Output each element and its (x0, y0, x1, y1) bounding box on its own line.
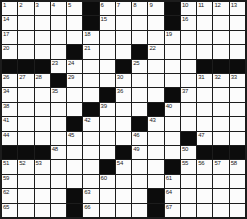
white-cell-r1c15[interactable]: 13 (230, 2, 245, 15)
clue-number-54: 54 (117, 160, 123, 166)
black-cell-r11c1 (2, 146, 17, 159)
clue-number-25: 25 (133, 60, 139, 66)
white-cell-r10c14[interactable] (213, 132, 228, 145)
clue-number-41: 41 (3, 117, 9, 123)
clue-number-24: 24 (68, 60, 74, 66)
clue-number-67: 67 (166, 204, 172, 210)
white-cell-r14c2[interactable] (18, 189, 33, 202)
clue-number-47: 47 (198, 132, 204, 138)
white-cell-r9c11[interactable] (165, 117, 180, 130)
white-cell-r9c13[interactable] (197, 117, 212, 130)
white-cell-r13c13[interactable] (197, 175, 212, 188)
white-cell-r3c6[interactable]: 18 (83, 31, 98, 44)
clue-number-30: 30 (117, 74, 123, 80)
white-cell-r8c13[interactable] (197, 103, 212, 116)
white-cell-r5c4[interactable]: 23 (51, 60, 66, 73)
clue-number-10: 10 (182, 2, 188, 8)
clue-number-5: 5 (68, 2, 71, 8)
white-cell-r2c13[interactable] (197, 16, 212, 29)
white-cell-r12c8[interactable]: 54 (116, 160, 131, 173)
clue-number-27: 27 (19, 74, 25, 80)
white-cell-r1c13[interactable]: 11 (197, 2, 212, 15)
clue-number-51: 51 (3, 160, 9, 166)
white-cell-r3c13[interactable] (197, 31, 212, 44)
white-cell-r11c5[interactable] (67, 146, 82, 159)
white-cell-r13c15[interactable] (230, 175, 245, 188)
clue-number-17: 17 (3, 31, 9, 37)
white-cell-r9c7[interactable] (100, 117, 115, 130)
clue-number-34: 34 (3, 88, 9, 94)
white-cell-r12c5[interactable] (67, 160, 82, 173)
white-cell-r7c8[interactable]: 36 (116, 88, 131, 101)
white-cell-r7c10[interactable] (148, 88, 163, 101)
clue-number-58: 58 (231, 160, 237, 166)
white-cell-r15c7[interactable] (100, 204, 115, 217)
clue-number-66: 66 (84, 204, 90, 210)
clue-number-59: 59 (3, 175, 9, 181)
white-cell-r3c2[interactable] (18, 31, 33, 44)
white-cell-r13c8[interactable] (116, 175, 131, 188)
clue-number-56: 56 (198, 160, 204, 166)
black-cell-r7c11 (165, 88, 180, 101)
white-cell-r12c2[interactable]: 52 (18, 160, 33, 173)
white-cell-r15c1[interactable]: 65 (2, 204, 17, 217)
clue-number-55: 55 (182, 160, 188, 166)
clue-number-45: 45 (68, 132, 74, 138)
white-cell-r2c9[interactable] (132, 16, 147, 29)
white-cell-r14c13[interactable] (197, 189, 212, 202)
white-cell-r7c13[interactable] (197, 88, 212, 101)
white-cell-r11c10[interactable] (148, 146, 163, 159)
white-cell-r1c8[interactable]: 7 (116, 2, 131, 15)
white-cell-r15c2[interactable] (18, 204, 33, 217)
clue-number-19: 19 (166, 31, 172, 37)
white-cell-r7c2[interactable] (18, 88, 33, 101)
white-cell-r7c9[interactable] (132, 88, 147, 101)
clue-number-62: 62 (3, 189, 9, 195)
black-cell-r1c6 (83, 2, 98, 15)
white-cell-r6c8[interactable]: 30 (116, 74, 131, 87)
clue-number-50: 50 (182, 146, 188, 152)
white-cell-r12c4[interactable] (51, 160, 66, 173)
white-cell-r10c4[interactable] (51, 132, 66, 145)
white-cell-r8c11[interactable]: 40 (165, 103, 180, 116)
white-cell-r9c14[interactable] (213, 117, 228, 130)
clue-number-13: 13 (231, 2, 237, 8)
black-cell-r1c11 (165, 2, 180, 15)
white-cell-r14c11[interactable]: 64 (165, 189, 180, 202)
white-cell-r8c3[interactable] (35, 103, 50, 116)
black-cell-r5c1 (2, 60, 17, 73)
white-cell-r12c15[interactable]: 58 (230, 160, 245, 173)
black-cell-r14c10 (148, 189, 163, 202)
white-cell-r7c15[interactable] (230, 88, 245, 101)
white-cell-r14c7[interactable] (100, 189, 115, 202)
white-cell-r12c9[interactable] (132, 160, 147, 173)
clue-number-43: 43 (149, 117, 155, 123)
white-cell-r5c5[interactable]: 24 (67, 60, 82, 73)
white-cell-r7c1[interactable]: 34 (2, 88, 17, 101)
clue-number-29: 29 (68, 74, 74, 80)
white-cell-r9c6[interactable]: 42 (83, 117, 98, 130)
clue-number-8: 8 (133, 2, 136, 8)
white-cell-r4c4[interactable] (51, 45, 66, 58)
white-cell-r4c10[interactable]: 22 (148, 45, 163, 58)
white-cell-r9c12[interactable] (181, 117, 196, 130)
white-cell-r1c1[interactable]: 1 (2, 2, 17, 15)
white-cell-r12c6[interactable] (83, 160, 98, 173)
white-cell-r5c7[interactable] (100, 60, 115, 73)
black-cell-r8c6 (83, 103, 98, 116)
white-cell-r6c13[interactable]: 31 (197, 74, 212, 87)
clue-number-9: 9 (149, 2, 152, 8)
white-cell-r6c6[interactable] (83, 74, 98, 87)
white-cell-r12c12[interactable]: 55 (181, 160, 196, 173)
white-cell-r2c3[interactable] (35, 16, 50, 29)
black-cell-r10c12 (181, 132, 196, 145)
white-cell-r13c2[interactable] (18, 175, 33, 188)
clue-number-37: 37 (182, 88, 188, 94)
white-cell-r1c2[interactable]: 2 (18, 2, 33, 15)
black-cell-r2c6 (83, 16, 98, 29)
white-cell-r2c8[interactable] (116, 16, 131, 29)
white-cell-r9c8[interactable] (116, 117, 131, 130)
clue-number-38: 38 (3, 103, 9, 109)
clue-number-52: 52 (19, 160, 25, 166)
white-cell-r13c4[interactable] (51, 175, 66, 188)
white-cell-r13c5[interactable] (67, 175, 82, 188)
clue-number-44: 44 (3, 132, 9, 138)
white-cell-r3c9[interactable] (132, 31, 147, 44)
white-cell-r8c5[interactable] (67, 103, 82, 116)
clue-number-16: 16 (182, 16, 188, 22)
white-cell-r6c11[interactable] (165, 74, 180, 87)
black-cell-r11c2 (18, 146, 33, 159)
white-cell-r5c10[interactable] (148, 60, 163, 73)
white-cell-r15c6[interactable]: 66 (83, 204, 98, 217)
white-cell-r15c14[interactable] (213, 204, 228, 217)
white-cell-r12c1[interactable]: 51 (2, 160, 17, 173)
white-cell-r4c7[interactable] (100, 45, 115, 58)
black-cell-r4c9 (132, 45, 147, 58)
white-cell-r2c5[interactable] (67, 16, 82, 29)
white-cell-r13c1[interactable]: 59 (2, 175, 17, 188)
black-cell-r12c11 (165, 160, 180, 173)
black-cell-r5c8 (116, 60, 131, 73)
white-cell-r3c4[interactable] (51, 31, 66, 44)
white-cell-r4c12[interactable] (181, 45, 196, 58)
white-cell-r14c6[interactable]: 63 (83, 189, 98, 202)
black-cell-r9c9 (132, 117, 147, 130)
white-cell-r4c13[interactable] (197, 45, 212, 58)
white-cell-r3c14[interactable] (213, 31, 228, 44)
white-cell-r1c5[interactable]: 5 (67, 2, 82, 15)
white-cell-r14c14[interactable] (213, 189, 228, 202)
white-cell-r8c1[interactable]: 38 (2, 103, 17, 116)
white-cell-r2c15[interactable] (230, 16, 245, 29)
clue-number-12: 12 (214, 2, 220, 8)
black-cell-r8c10 (148, 103, 163, 116)
clue-number-57: 57 (214, 160, 220, 166)
black-cell-r9c5 (67, 117, 82, 130)
clue-number-35: 35 (52, 88, 58, 94)
black-cell-r14c5 (67, 189, 82, 202)
white-cell-r3c8[interactable] (116, 31, 131, 44)
white-cell-r8c9[interactable] (132, 103, 147, 116)
white-cell-r1c14[interactable]: 12 (213, 2, 228, 15)
black-cell-r6c4 (51, 74, 66, 87)
white-cell-r4c11[interactable] (165, 45, 180, 58)
white-cell-r3c7[interactable] (100, 31, 115, 44)
black-cell-r2c11 (165, 16, 180, 29)
clue-number-2: 2 (19, 2, 22, 8)
white-cell-r6c2[interactable]: 27 (18, 74, 33, 87)
clue-number-42: 42 (84, 117, 90, 123)
clue-number-21: 21 (84, 45, 90, 51)
white-cell-r14c9[interactable] (132, 189, 147, 202)
clue-number-6: 6 (101, 2, 104, 8)
white-cell-r4c15[interactable] (230, 45, 245, 58)
white-cell-r11c7[interactable] (100, 146, 115, 159)
white-cell-r10c11[interactable] (165, 132, 180, 145)
white-cell-r8c7[interactable]: 39 (100, 103, 115, 116)
clue-number-7: 7 (117, 2, 120, 8)
black-cell-r11c3 (35, 146, 50, 159)
clue-number-32: 32 (214, 74, 220, 80)
white-cell-r1c9[interactable]: 8 (132, 2, 147, 15)
clue-number-18: 18 (84, 31, 90, 37)
white-cell-r8c2[interactable] (18, 103, 33, 116)
white-cell-r5c11[interactable] (165, 60, 180, 73)
black-cell-r4c5 (67, 45, 82, 58)
white-cell-r4c3[interactable] (35, 45, 50, 58)
white-cell-r2c1[interactable]: 14 (2, 16, 17, 29)
white-cell-r10c6[interactable] (83, 132, 98, 145)
white-cell-r2c10[interactable] (148, 16, 163, 29)
white-cell-r11c12[interactable]: 50 (181, 146, 196, 159)
clue-number-11: 11 (198, 2, 204, 8)
white-cell-r13c6[interactable] (83, 175, 98, 188)
white-cell-r2c2[interactable] (18, 16, 33, 29)
white-cell-r8c8[interactable] (116, 103, 131, 116)
white-cell-r10c3[interactable] (35, 132, 50, 145)
white-cell-r15c11[interactable]: 67 (165, 204, 180, 217)
white-cell-r15c8[interactable] (116, 204, 131, 217)
white-cell-r13c10[interactable] (148, 175, 163, 188)
black-cell-r11c13 (197, 146, 212, 159)
black-cell-r7c7 (100, 88, 115, 101)
black-cell-r12c7 (100, 160, 115, 173)
white-cell-r10c5[interactable]: 45 (67, 132, 82, 145)
clue-number-60: 60 (101, 175, 107, 181)
white-cell-r13c9[interactable] (132, 175, 147, 188)
white-cell-r3c3[interactable] (35, 31, 50, 44)
white-cell-r7c4[interactable]: 35 (51, 88, 66, 101)
clue-number-46: 46 (133, 132, 139, 138)
white-cell-r13c14[interactable] (213, 175, 228, 188)
white-cell-r3c5[interactable] (67, 31, 82, 44)
clue-number-40: 40 (166, 103, 172, 109)
clue-number-3: 3 (36, 2, 39, 8)
white-cell-r12c3[interactable]: 53 (35, 160, 50, 173)
black-cell-r5c14 (213, 60, 228, 73)
black-cell-r11c8 (116, 146, 131, 159)
white-cell-r4c8[interactable] (116, 45, 131, 58)
white-cell-r5c12[interactable] (181, 60, 196, 73)
clue-number-61: 61 (166, 175, 172, 181)
white-cell-r6c1[interactable]: 26 (2, 74, 17, 87)
white-cell-r9c15[interactable] (230, 117, 245, 130)
black-cell-r5c3 (35, 60, 50, 73)
clue-number-65: 65 (3, 204, 9, 210)
white-cell-r10c8[interactable] (116, 132, 131, 145)
white-cell-r14c15[interactable] (230, 189, 245, 202)
white-cell-r6c3[interactable]: 28 (35, 74, 50, 87)
clue-number-15: 15 (101, 16, 107, 22)
white-cell-r3c10[interactable] (148, 31, 163, 44)
black-cell-r15c10 (148, 204, 163, 217)
white-cell-r3c1[interactable]: 17 (2, 31, 17, 44)
white-cell-r8c14[interactable] (213, 103, 228, 116)
white-cell-r6c14[interactable]: 32 (213, 74, 228, 87)
clue-number-28: 28 (36, 74, 42, 80)
white-cell-r9c2[interactable] (18, 117, 33, 130)
white-cell-r7c6[interactable] (83, 88, 98, 101)
white-cell-r12c10[interactable] (148, 160, 163, 173)
white-cell-r14c8[interactable] (116, 189, 131, 202)
white-cell-r14c1[interactable]: 62 (2, 189, 17, 202)
white-cell-r7c3[interactable] (35, 88, 50, 101)
black-cell-r5c13 (197, 60, 212, 73)
white-cell-r9c1[interactable]: 41 (2, 117, 17, 130)
white-cell-r10c10[interactable] (148, 132, 163, 145)
white-cell-r6c10[interactable] (148, 74, 163, 87)
white-cell-r13c11[interactable]: 61 (165, 175, 180, 188)
clue-number-14: 14 (3, 16, 9, 22)
white-cell-r12c14[interactable]: 57 (213, 160, 228, 173)
white-cell-r1c10[interactable]: 9 (148, 2, 163, 15)
clue-number-48: 48 (52, 146, 58, 152)
black-cell-r5c15 (230, 60, 245, 73)
white-cell-r15c3[interactable] (35, 204, 50, 217)
white-cell-r10c1[interactable]: 44 (2, 132, 17, 145)
clue-number-64: 64 (166, 189, 172, 195)
white-cell-r14c3[interactable] (35, 189, 50, 202)
clue-number-1: 1 (3, 2, 6, 8)
white-cell-r13c12[interactable] (181, 175, 196, 188)
clue-number-4: 4 (52, 2, 55, 8)
clue-number-20: 20 (3, 45, 9, 51)
white-cell-r3c12[interactable] (181, 31, 196, 44)
white-cell-r4c2[interactable] (18, 45, 33, 58)
white-cell-r8c12[interactable] (181, 103, 196, 116)
white-cell-r15c13[interactable] (197, 204, 212, 217)
black-cell-r5c2 (18, 60, 33, 73)
white-cell-r8c4[interactable] (51, 103, 66, 116)
white-cell-r9c10[interactable]: 43 (148, 117, 163, 130)
white-cell-r10c7[interactable] (100, 132, 115, 145)
white-cell-r10c2[interactable] (18, 132, 33, 145)
white-cell-r3c11[interactable]: 19 (165, 31, 180, 44)
white-cell-r13c3[interactable] (35, 175, 50, 188)
white-cell-r11c9[interactable]: 49 (132, 146, 147, 159)
clue-number-49: 49 (133, 146, 139, 152)
white-cell-r4c14[interactable] (213, 45, 228, 58)
white-cell-r6c12[interactable] (181, 74, 196, 87)
black-cell-r11c15 (230, 146, 245, 159)
white-cell-r3c15[interactable] (230, 31, 245, 44)
white-cell-r15c15[interactable] (230, 204, 245, 217)
white-cell-r1c3[interactable]: 3 (35, 2, 50, 15)
white-cell-r10c9[interactable]: 46 (132, 132, 147, 145)
clue-number-36: 36 (117, 88, 123, 94)
white-cell-r7c14[interactable] (213, 88, 228, 101)
clue-number-23: 23 (52, 60, 58, 66)
white-cell-r11c4[interactable]: 48 (51, 146, 66, 159)
white-cell-r2c4[interactable] (51, 16, 66, 29)
white-cell-r2c12[interactable]: 16 (181, 16, 196, 29)
white-cell-r10c15[interactable] (230, 132, 245, 145)
black-cell-r11c14 (213, 146, 228, 159)
white-cell-r15c9[interactable] (132, 204, 147, 217)
clue-number-26: 26 (3, 74, 9, 80)
clue-number-22: 22 (149, 45, 155, 51)
white-cell-r14c4[interactable] (51, 189, 66, 202)
white-cell-r8c15[interactable] (230, 103, 245, 116)
white-cell-r13c7[interactable]: 60 (100, 175, 115, 188)
white-cell-r6c7[interactable] (100, 74, 115, 87)
clue-number-39: 39 (101, 103, 107, 109)
white-cell-r5c9[interactable]: 25 (132, 60, 147, 73)
clue-number-33: 33 (231, 74, 237, 80)
white-cell-r6c15[interactable]: 33 (230, 74, 245, 87)
white-cell-r10c13[interactable]: 47 (197, 132, 212, 145)
white-cell-r1c7[interactable]: 6 (100, 2, 115, 15)
crossword-grid: 1234567891011121314151617181920212223242… (0, 0, 247, 219)
white-cell-r4c1[interactable]: 20 (2, 45, 17, 58)
white-cell-r14c12[interactable] (181, 189, 196, 202)
white-cell-r7c5[interactable] (67, 88, 82, 101)
white-cell-r1c4[interactable]: 4 (51, 2, 66, 15)
black-cell-r15c5 (67, 204, 82, 217)
white-cell-r6c5[interactable]: 29 (67, 74, 82, 87)
white-cell-r7c12[interactable]: 37 (181, 88, 196, 101)
white-cell-r11c6[interactable] (83, 146, 98, 159)
clue-number-63: 63 (84, 189, 90, 195)
white-cell-r9c3[interactable] (35, 117, 50, 130)
white-cell-r11c11[interactable] (165, 146, 180, 159)
clue-number-31: 31 (198, 74, 204, 80)
white-cell-r2c14[interactable] (213, 16, 228, 29)
white-cell-r15c4[interactable] (51, 204, 66, 217)
white-cell-r15c12[interactable] (181, 204, 196, 217)
white-cell-r4c6[interactable]: 21 (83, 45, 98, 58)
white-cell-r12c13[interactable]: 56 (197, 160, 212, 173)
white-cell-r2c7[interactable]: 15 (100, 16, 115, 29)
clue-number-53: 53 (36, 160, 42, 166)
white-cell-r9c4[interactable] (51, 117, 66, 130)
white-cell-r5c6[interactable] (83, 60, 98, 73)
white-cell-r6c9[interactable] (132, 74, 147, 87)
white-cell-r1c12[interactable]: 10 (181, 2, 196, 15)
